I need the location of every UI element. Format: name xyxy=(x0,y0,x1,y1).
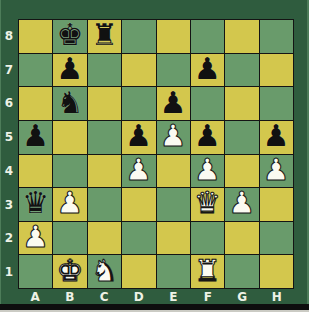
square-e1[interactable] xyxy=(157,255,190,288)
chessboard-frame: 87654321 ♚♜♟♟♞♟♟♟♟♟♟♟♟♟♛♟♛♟♟♚♞♜ ABCDEFGH xyxy=(0,0,309,312)
piece-white-pawn[interactable]: ♟ xyxy=(228,188,255,218)
square-d2[interactable] xyxy=(122,222,155,255)
piece-black-pawn[interactable]: ♟ xyxy=(22,121,49,151)
square-f2[interactable] xyxy=(191,222,224,255)
square-h2[interactable] xyxy=(260,222,293,255)
square-h4[interactable]: ♟ xyxy=(260,155,293,188)
piece-black-rook[interactable]: ♜ xyxy=(91,20,118,50)
piece-black-pawn[interactable]: ♟ xyxy=(263,121,290,151)
piece-black-knight[interactable]: ♞ xyxy=(57,88,84,118)
square-f8[interactable] xyxy=(191,20,224,53)
square-e6[interactable]: ♟ xyxy=(157,87,190,120)
piece-black-pawn[interactable]: ♟ xyxy=(194,54,221,84)
piece-black-queen[interactable]: ♛ xyxy=(22,188,49,218)
square-g2[interactable] xyxy=(225,222,258,255)
piece-black-pawn[interactable]: ♟ xyxy=(125,121,152,151)
square-g1[interactable] xyxy=(225,255,258,288)
square-g6[interactable] xyxy=(225,87,258,120)
square-d3[interactable] xyxy=(122,188,155,221)
square-f7[interactable]: ♟ xyxy=(191,54,224,87)
square-b5[interactable] xyxy=(53,121,86,154)
file-label-a: A xyxy=(18,289,53,304)
square-h8[interactable] xyxy=(260,20,293,53)
square-b8[interactable]: ♚ xyxy=(53,20,86,53)
square-a2[interactable]: ♟ xyxy=(19,222,52,255)
square-f5[interactable]: ♟ xyxy=(191,121,224,154)
piece-black-pawn[interactable]: ♟ xyxy=(160,88,187,118)
piece-black-pawn[interactable]: ♟ xyxy=(57,54,84,84)
square-e4[interactable] xyxy=(157,155,190,188)
square-a4[interactable] xyxy=(19,155,52,188)
square-f6[interactable] xyxy=(191,87,224,120)
square-h7[interactable] xyxy=(260,54,293,87)
piece-white-pawn[interactable]: ♟ xyxy=(22,222,49,252)
piece-white-king[interactable]: ♚ xyxy=(57,256,84,286)
square-g4[interactable] xyxy=(225,155,258,188)
square-e3[interactable] xyxy=(157,188,190,221)
piece-white-queen[interactable]: ♛ xyxy=(194,188,221,218)
square-h6[interactable] xyxy=(260,87,293,120)
file-label-d: D xyxy=(122,289,157,304)
file-label-e: E xyxy=(156,289,191,304)
piece-white-pawn[interactable]: ♟ xyxy=(125,155,152,185)
square-e7[interactable] xyxy=(157,54,190,87)
rank-label-7: 7 xyxy=(0,53,18,87)
square-a5[interactable]: ♟ xyxy=(19,121,52,154)
square-g3[interactable]: ♟ xyxy=(225,188,258,221)
square-f3[interactable]: ♛ xyxy=(191,188,224,221)
file-labels: ABCDEFGH xyxy=(18,289,294,304)
piece-white-pawn[interactable]: ♟ xyxy=(160,121,187,151)
square-d4[interactable]: ♟ xyxy=(122,155,155,188)
square-a6[interactable] xyxy=(19,87,52,120)
square-c2[interactable] xyxy=(88,222,121,255)
piece-white-pawn[interactable]: ♟ xyxy=(263,155,290,185)
square-d5[interactable]: ♟ xyxy=(122,121,155,154)
chess-board: ♚♜♟♟♞♟♟♟♟♟♟♟♟♟♛♟♛♟♟♚♞♜ xyxy=(18,19,294,289)
square-g8[interactable] xyxy=(225,20,258,53)
square-b2[interactable] xyxy=(53,222,86,255)
square-c7[interactable] xyxy=(88,54,121,87)
square-c1[interactable]: ♞ xyxy=(88,255,121,288)
square-a7[interactable] xyxy=(19,54,52,87)
square-d7[interactable] xyxy=(122,54,155,87)
piece-black-pawn[interactable]: ♟ xyxy=(194,121,221,151)
file-label-h: H xyxy=(260,289,295,304)
rank-label-4: 4 xyxy=(0,154,18,188)
square-c8[interactable]: ♜ xyxy=(88,20,121,53)
square-f4[interactable]: ♟ xyxy=(191,155,224,188)
square-d1[interactable] xyxy=(122,255,155,288)
square-e2[interactable] xyxy=(157,222,190,255)
square-g5[interactable] xyxy=(225,121,258,154)
square-f1[interactable]: ♜ xyxy=(191,255,224,288)
square-c6[interactable] xyxy=(88,87,121,120)
square-c5[interactable] xyxy=(88,121,121,154)
rank-label-3: 3 xyxy=(0,188,18,222)
rank-label-6: 6 xyxy=(0,87,18,121)
square-h3[interactable] xyxy=(260,188,293,221)
square-c3[interactable] xyxy=(88,188,121,221)
square-e8[interactable] xyxy=(157,20,190,53)
rank-label-8: 8 xyxy=(0,19,18,53)
square-b3[interactable]: ♟ xyxy=(53,188,86,221)
piece-white-pawn[interactable]: ♟ xyxy=(57,188,84,218)
rank-label-5: 5 xyxy=(0,120,18,154)
file-label-b: B xyxy=(53,289,88,304)
square-a8[interactable] xyxy=(19,20,52,53)
file-label-g: G xyxy=(225,289,260,304)
piece-white-knight[interactable]: ♞ xyxy=(91,256,118,286)
rank-label-2: 2 xyxy=(0,222,18,256)
square-a3[interactable]: ♛ xyxy=(19,188,52,221)
piece-white-rook[interactable]: ♜ xyxy=(194,256,221,286)
file-label-f: F xyxy=(191,289,226,304)
square-b6[interactable]: ♞ xyxy=(53,87,86,120)
square-a1[interactable] xyxy=(19,255,52,288)
square-g7[interactable] xyxy=(225,54,258,87)
rank-label-1: 1 xyxy=(0,255,18,289)
rank-labels: 87654321 xyxy=(0,19,18,289)
square-h1[interactable] xyxy=(260,255,293,288)
square-b7[interactable]: ♟ xyxy=(53,54,86,87)
square-d6[interactable] xyxy=(122,87,155,120)
file-label-c: C xyxy=(87,289,122,304)
frame-right-bevel xyxy=(307,0,309,312)
square-e5[interactable]: ♟ xyxy=(157,121,190,154)
square-d8[interactable] xyxy=(122,20,155,53)
square-c4[interactable] xyxy=(88,155,121,188)
square-b1[interactable]: ♚ xyxy=(53,255,86,288)
square-b4[interactable] xyxy=(53,155,86,188)
square-h5[interactable]: ♟ xyxy=(260,121,293,154)
piece-white-pawn[interactable]: ♟ xyxy=(194,155,221,185)
piece-black-king[interactable]: ♚ xyxy=(57,20,84,50)
